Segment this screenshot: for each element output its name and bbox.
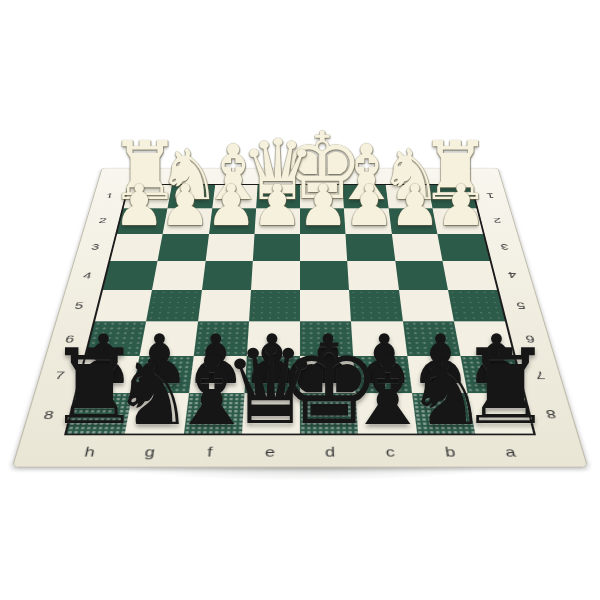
- black-rook-h8[interactable]: ♜: [48, 335, 141, 439]
- rank-label-4: 4: [68, 261, 107, 290]
- white-pawn-b2[interactable]: ♟: [389, 177, 440, 234]
- square-h5[interactable]: [95, 290, 152, 322]
- rank-label-right-3: 3: [486, 233, 523, 260]
- square-b5[interactable]: [399, 290, 454, 322]
- square-h4[interactable]: [103, 261, 158, 290]
- square-f4[interactable]: [202, 261, 253, 290]
- rank-label-3: 3: [77, 233, 114, 260]
- square-a5[interactable]: [448, 290, 505, 322]
- square-d4[interactable]: [300, 261, 349, 290]
- white-pawn-d2[interactable]: ♟: [297, 177, 348, 234]
- rank-label-right-4: 4: [493, 261, 532, 290]
- square-e4[interactable]: [251, 261, 300, 290]
- square-g5[interactable]: [146, 290, 201, 322]
- square-g4[interactable]: [152, 261, 205, 290]
- white-pawn-g2[interactable]: ♟: [160, 177, 211, 234]
- square-c4[interactable]: [347, 261, 398, 290]
- square-b4[interactable]: [395, 261, 448, 290]
- white-pawn-f2[interactable]: ♟: [205, 177, 256, 234]
- square-f5[interactable]: [198, 290, 251, 322]
- rank-label-right-5: 5: [501, 290, 541, 322]
- chess-set-photo: hgfedcba hgfedcba 12345678 12345678 ♜♞♝♚…: [0, 0, 600, 600]
- white-pawn-c2[interactable]: ♟: [343, 177, 394, 234]
- white-pawn-a2[interactable]: ♟: [435, 177, 486, 234]
- square-a4[interactable]: [442, 261, 497, 290]
- white-pawn-h2[interactable]: ♟: [114, 177, 165, 234]
- white-pawn-e2[interactable]: ♟: [251, 177, 302, 234]
